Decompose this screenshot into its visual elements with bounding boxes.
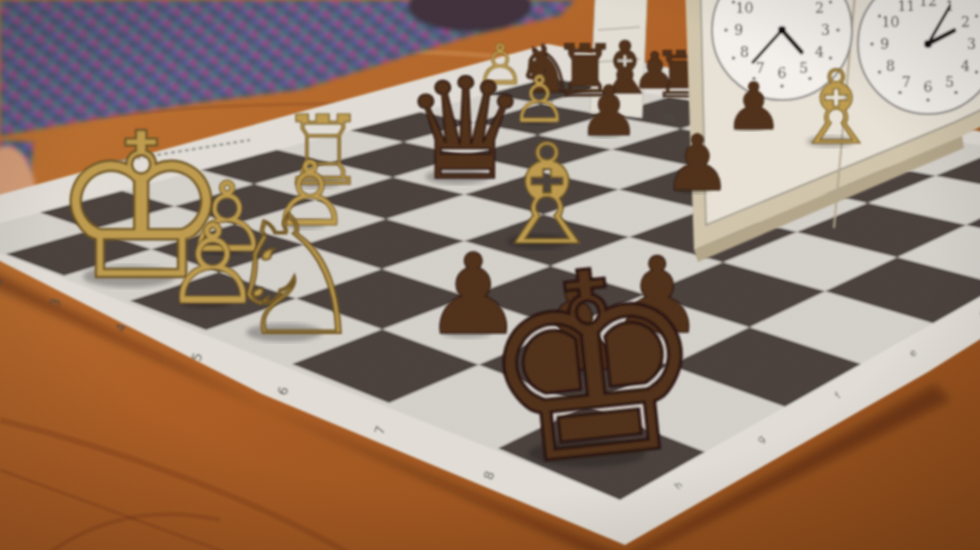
film-grain: [0, 0, 980, 550]
chess-game-photo: 7k/5pp1/6p1/B1p1B2N/p6P/1p1q1PPK/1P2R3/8…: [0, 0, 980, 550]
photo-canvas: 1234567812345678hgfedcba ♞♜♝♟♜♙ 12345678…: [0, 0, 980, 550]
